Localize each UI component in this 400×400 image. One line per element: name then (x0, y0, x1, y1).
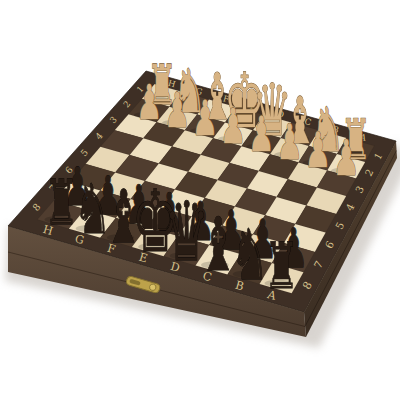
product-photo: HGFEDCBAHGFEDCBA1234567812345678♜♞♟♝♟♚♟♛… (0, 0, 400, 400)
piece-white-pawn-h2: ♟ (136, 75, 162, 131)
piece-black-knight-b8: ♞ (231, 213, 269, 295)
chessboard: HGFEDCBAHGFEDCBA1234567812345678♜♞♟♝♟♚♟♛… (0, 0, 400, 400)
piece-white-pawn-d2: ♟ (248, 106, 275, 163)
piece-white-pawn-g2: ♟ (164, 82, 190, 138)
piece-white-pawn-f2: ♟ (192, 90, 218, 146)
piece-white-pawn-a2: ♟ (333, 129, 360, 187)
piece-white-pawn-b2: ♟ (305, 121, 332, 179)
piece-white-pawn-e2: ♟ (220, 98, 247, 154)
piece-white-pawn-c2: ♟ (276, 113, 303, 171)
piece-black-rook-a8: ♜ (264, 229, 299, 303)
